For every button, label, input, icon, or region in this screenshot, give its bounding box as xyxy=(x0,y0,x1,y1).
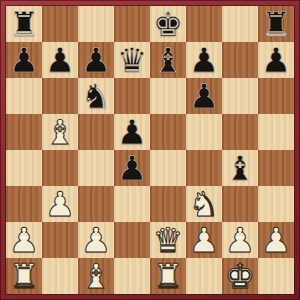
square-c3[interactable] xyxy=(78,186,114,222)
square-a2[interactable]: ♟ xyxy=(6,222,42,258)
square-a7[interactable]: ♟ xyxy=(6,42,42,78)
square-b7[interactable]: ♟ xyxy=(42,42,78,78)
square-c6[interactable]: ♞ xyxy=(78,78,114,114)
square-b8[interactable] xyxy=(42,6,78,42)
square-a5[interactable] xyxy=(6,114,42,150)
piece-black-pawn[interactable]: ♟ xyxy=(117,150,147,186)
square-d5[interactable]: ♟ xyxy=(114,114,150,150)
square-e2[interactable]: ♛ xyxy=(150,222,186,258)
square-c8[interactable] xyxy=(78,6,114,42)
square-f1[interactable] xyxy=(186,258,222,294)
square-h6[interactable] xyxy=(258,78,294,114)
piece-black-pawn[interactable]: ♟ xyxy=(117,114,147,150)
piece-white-pawn[interactable]: ♟ xyxy=(81,222,111,258)
piece-white-pawn[interactable]: ♟ xyxy=(189,222,219,258)
square-d8[interactable] xyxy=(114,6,150,42)
square-f7[interactable]: ♟ xyxy=(186,42,222,78)
square-g3[interactable] xyxy=(222,186,258,222)
square-g6[interactable] xyxy=(222,78,258,114)
square-b5[interactable]: ♝ xyxy=(42,114,78,150)
square-c1[interactable]: ♝ xyxy=(78,258,114,294)
square-f8[interactable] xyxy=(186,6,222,42)
square-e1[interactable]: ♜ xyxy=(150,258,186,294)
square-b1[interactable] xyxy=(42,258,78,294)
piece-black-knight[interactable]: ♞ xyxy=(81,78,111,114)
square-e5[interactable] xyxy=(150,114,186,150)
chess-board: ♜♚♜♟♟♟♛♝♟♟♞♟♝♟♟♝♟♞♟♟♛♟♟♟♜♝♜♚ xyxy=(6,6,294,294)
piece-black-pawn[interactable]: ♟ xyxy=(9,42,39,78)
square-g8[interactable] xyxy=(222,6,258,42)
square-e7[interactable]: ♝ xyxy=(150,42,186,78)
piece-white-pawn[interactable]: ♟ xyxy=(225,222,255,258)
square-f4[interactable] xyxy=(186,150,222,186)
piece-black-king[interactable]: ♚ xyxy=(153,6,183,42)
square-a6[interactable] xyxy=(6,78,42,114)
square-g1[interactable]: ♚ xyxy=(222,258,258,294)
piece-black-pawn[interactable]: ♟ xyxy=(81,42,111,78)
piece-white-king[interactable]: ♚ xyxy=(225,258,255,294)
square-h2[interactable]: ♟ xyxy=(258,222,294,258)
square-c5[interactable] xyxy=(78,114,114,150)
square-e8[interactable]: ♚ xyxy=(150,6,186,42)
piece-black-bishop[interactable]: ♝ xyxy=(153,42,183,78)
board-frame: ♜♚♜♟♟♟♛♝♟♟♞♟♝♟♟♝♟♞♟♟♛♟♟♟♜♝♜♚ xyxy=(0,0,300,300)
square-h3[interactable] xyxy=(258,186,294,222)
square-e3[interactable] xyxy=(150,186,186,222)
piece-black-pawn[interactable]: ♟ xyxy=(261,42,291,78)
square-f2[interactable]: ♟ xyxy=(186,222,222,258)
square-g2[interactable]: ♟ xyxy=(222,222,258,258)
square-a8[interactable]: ♜ xyxy=(6,6,42,42)
square-h8[interactable]: ♜ xyxy=(258,6,294,42)
square-f3[interactable]: ♞ xyxy=(186,186,222,222)
square-h7[interactable]: ♟ xyxy=(258,42,294,78)
square-d4[interactable]: ♟ xyxy=(114,150,150,186)
square-f6[interactable]: ♟ xyxy=(186,78,222,114)
square-b3[interactable]: ♟ xyxy=(42,186,78,222)
piece-white-knight[interactable]: ♞ xyxy=(189,186,219,222)
square-e4[interactable] xyxy=(150,150,186,186)
square-b6[interactable] xyxy=(42,78,78,114)
square-f5[interactable] xyxy=(186,114,222,150)
square-e6[interactable] xyxy=(150,78,186,114)
square-c7[interactable]: ♟ xyxy=(78,42,114,78)
square-b2[interactable] xyxy=(42,222,78,258)
square-d6[interactable] xyxy=(114,78,150,114)
square-a3[interactable] xyxy=(6,186,42,222)
square-c2[interactable]: ♟ xyxy=(78,222,114,258)
piece-white-pawn[interactable]: ♟ xyxy=(261,222,291,258)
square-h1[interactable] xyxy=(258,258,294,294)
square-d1[interactable] xyxy=(114,258,150,294)
square-d7[interactable]: ♛ xyxy=(114,42,150,78)
square-d3[interactable] xyxy=(114,186,150,222)
square-g5[interactable] xyxy=(222,114,258,150)
piece-black-bishop[interactable]: ♝ xyxy=(225,150,255,186)
square-b4[interactable] xyxy=(42,150,78,186)
piece-white-rook[interactable]: ♜ xyxy=(9,258,39,294)
piece-white-pawn[interactable]: ♟ xyxy=(45,186,75,222)
square-a1[interactable]: ♜ xyxy=(6,258,42,294)
piece-black-rook[interactable]: ♜ xyxy=(9,6,39,42)
piece-white-rook[interactable]: ♜ xyxy=(153,258,183,294)
square-g7[interactable] xyxy=(222,42,258,78)
piece-white-queen[interactable]: ♛ xyxy=(153,222,183,258)
square-h4[interactable] xyxy=(258,150,294,186)
piece-black-pawn[interactable]: ♟ xyxy=(45,42,75,78)
square-h5[interactable] xyxy=(258,114,294,150)
piece-white-bishop[interactable]: ♝ xyxy=(45,114,75,150)
square-g4[interactable]: ♝ xyxy=(222,150,258,186)
piece-black-rook[interactable]: ♜ xyxy=(261,6,291,42)
piece-black-pawn[interactable]: ♟ xyxy=(189,78,219,114)
piece-black-queen[interactable]: ♛ xyxy=(117,42,147,78)
square-c4[interactable] xyxy=(78,150,114,186)
piece-black-pawn[interactable]: ♟ xyxy=(189,42,219,78)
piece-white-bishop[interactable]: ♝ xyxy=(81,258,111,294)
piece-white-pawn[interactable]: ♟ xyxy=(9,222,39,258)
square-d2[interactable] xyxy=(114,222,150,258)
square-a4[interactable] xyxy=(6,150,42,186)
